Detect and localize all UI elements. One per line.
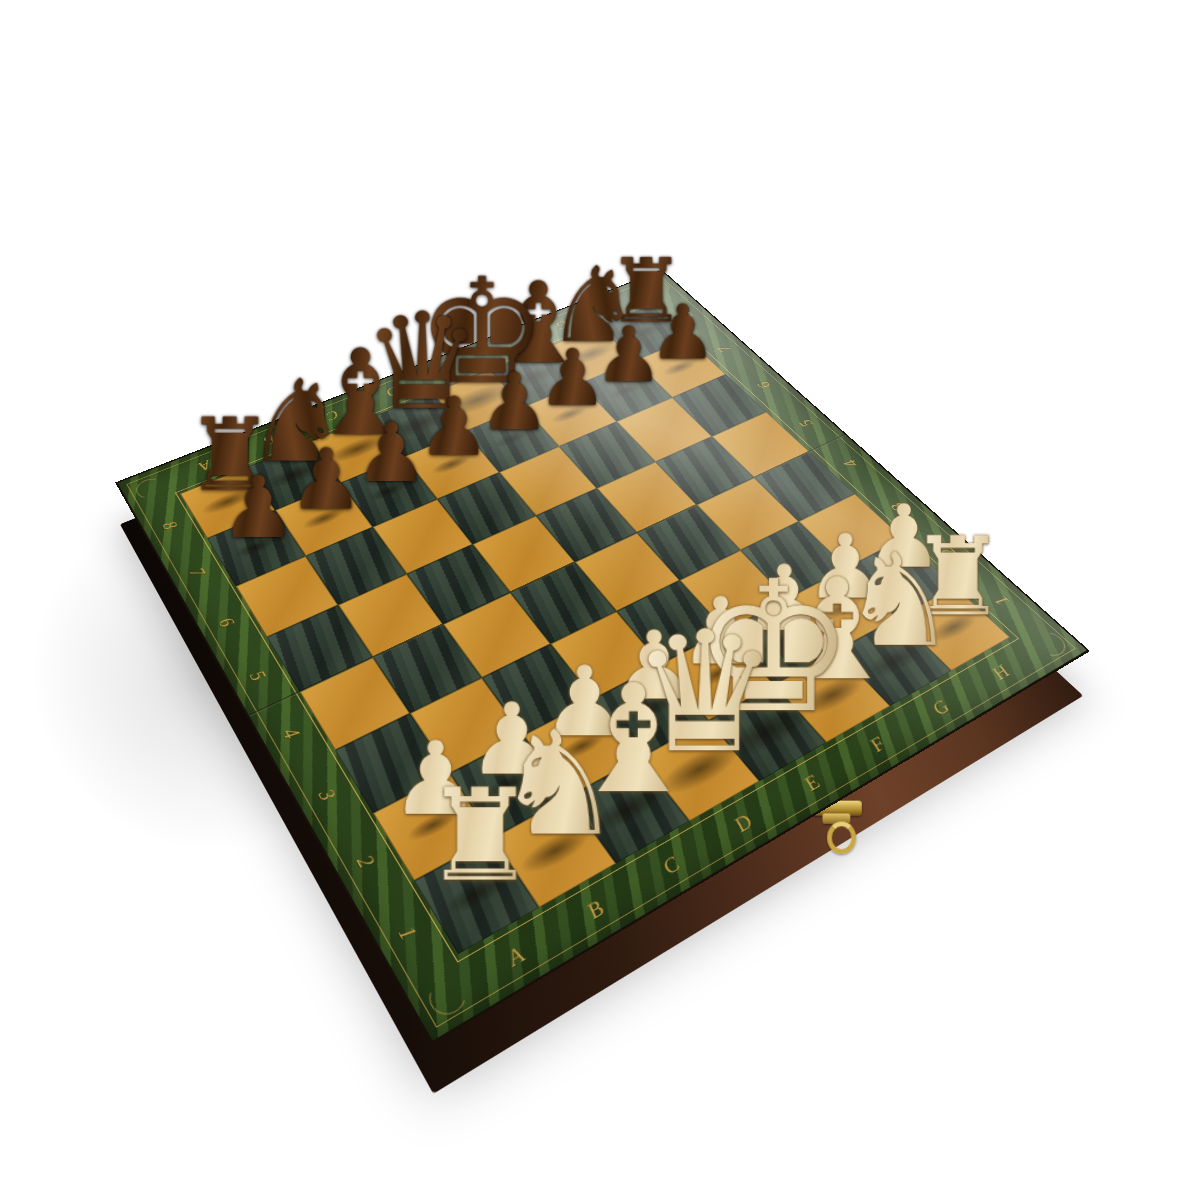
- rank-label-left-6: 6: [213, 614, 238, 630]
- file-label-bottom-a: A: [502, 942, 529, 972]
- rank-label-right-6: 6: [754, 379, 775, 390]
- black-pawn-glyph: ♟: [220, 465, 296, 550]
- rank-label-right-5: 5: [796, 417, 817, 429]
- rank-label-left-1: 1: [392, 921, 422, 944]
- corner-ornament: [132, 475, 167, 501]
- file-label-bottom-h: H: [987, 661, 1015, 683]
- rank-label-right-4: 4: [840, 457, 862, 470]
- white-rook-glyph: ♜: [422, 772, 536, 900]
- rank-label-left-2: 2: [351, 850, 380, 871]
- clasp-loop-icon: [827, 822, 856, 854]
- rank-label-left-5: 5: [244, 667, 270, 684]
- rank-label-left-7: 7: [184, 565, 209, 580]
- file-label-bottom-e: E: [799, 771, 826, 796]
- board-surface: ♜♞♝♛♚♝♞♜♟♟♟♟♟♟♟♟♟♟♟♟♟♟♟♟♜♞♝♛♚♝♞♜ AABBCCD…: [118, 271, 1087, 1041]
- file-label-bottom-b: B: [582, 896, 609, 924]
- rank-label-left-4: 4: [277, 724, 304, 742]
- corner-ornament: [1028, 628, 1071, 660]
- rank-label-left-3: 3: [312, 785, 340, 805]
- corner-ornament: [423, 973, 472, 1021]
- piece-black-pawn[interactable]: ♟: [215, 465, 300, 550]
- file-label-bottom-c: C: [657, 852, 685, 880]
- file-label-bottom-f: F: [865, 733, 891, 756]
- piece-white-rook[interactable]: ♜: [415, 772, 543, 900]
- file-label-bottom-g: G: [927, 696, 955, 719]
- file-label-bottom-d: D: [729, 810, 758, 837]
- scene: ♜♞♝♛♚♝♞♜♟♟♟♟♟♟♟♟♟♟♟♟♟♟♟♟♜♞♝♛♚♝♞♜ AABBCCD…: [0, 0, 1200, 1200]
- rank-label-left-8: 8: [157, 518, 181, 532]
- chess-box-assembly: ♜♞♝♛♚♝♞♜♟♟♟♟♟♟♟♟♟♟♟♟♟♟♟♟♜♞♝♛♚♝♞♜ AABBCCD…: [118, 271, 1087, 1041]
